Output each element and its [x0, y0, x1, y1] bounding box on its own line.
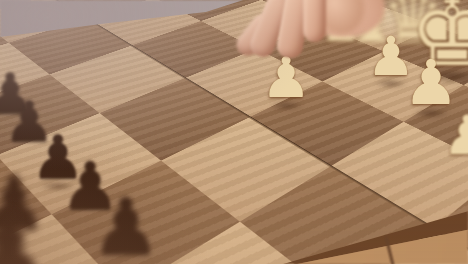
black-pawn: ♟ — [0, 200, 53, 264]
chess-photo-scene: ♟♟♝♛♚♟♟♟♟♟♟♟♟♟♟ — [0, 0, 468, 264]
black-pawn: ♟ — [91, 188, 161, 264]
white-pawn: ♟ — [321, 4, 360, 48]
white-pawn: ♟ — [261, 50, 311, 106]
white-pawn: ♟ — [443, 109, 468, 163]
pieces-layer: ♟♟♝♛♚♟♟♟♟♟♟♟♟♟♟ — [0, 0, 468, 264]
